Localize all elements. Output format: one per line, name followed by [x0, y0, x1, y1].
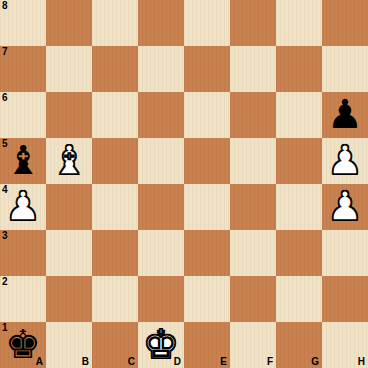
square-h1[interactable]: H: [322, 322, 368, 368]
square-g3[interactable]: [276, 230, 322, 276]
square-d1[interactable]: D♚: [138, 322, 184, 368]
square-d5[interactable]: [138, 138, 184, 184]
file-label-f: F: [267, 356, 273, 368]
rank-label-3: 3: [2, 230, 8, 242]
square-e2[interactable]: [184, 276, 230, 322]
square-b2[interactable]: [46, 276, 92, 322]
rank-label-8: 8: [2, 0, 8, 12]
square-c2[interactable]: [92, 276, 138, 322]
square-f4[interactable]: [230, 184, 276, 230]
piece-black-pawn[interactable]: ♟: [327, 92, 363, 137]
square-g2[interactable]: [276, 276, 322, 322]
square-c8[interactable]: [92, 0, 138, 46]
piece-black-bishop[interactable]: ♝: [5, 138, 41, 183]
square-a2[interactable]: 2: [0, 276, 46, 322]
rank-label-7: 7: [2, 46, 8, 58]
square-f6[interactable]: [230, 92, 276, 138]
square-c4[interactable]: [92, 184, 138, 230]
square-f5[interactable]: [230, 138, 276, 184]
square-b7[interactable]: [46, 46, 92, 92]
square-d6[interactable]: [138, 92, 184, 138]
square-a6[interactable]: 6: [0, 92, 46, 138]
piece-white-pawn[interactable]: ♟: [327, 138, 363, 183]
square-g1[interactable]: G: [276, 322, 322, 368]
square-h8[interactable]: [322, 0, 368, 46]
piece-white-pawn[interactable]: ♟: [327, 184, 363, 229]
square-b6[interactable]: [46, 92, 92, 138]
rank-label-5: 5: [2, 138, 8, 150]
square-d7[interactable]: [138, 46, 184, 92]
square-a8[interactable]: 8: [0, 0, 46, 46]
square-d4[interactable]: [138, 184, 184, 230]
square-g6[interactable]: [276, 92, 322, 138]
rank-label-4: 4: [2, 184, 8, 196]
rank-label-6: 6: [2, 92, 8, 104]
square-b4[interactable]: [46, 184, 92, 230]
square-f7[interactable]: [230, 46, 276, 92]
square-a1[interactable]: 1A♚: [0, 322, 46, 368]
square-f2[interactable]: [230, 276, 276, 322]
square-f1[interactable]: F: [230, 322, 276, 368]
square-h4[interactable]: ♟: [322, 184, 368, 230]
square-g8[interactable]: [276, 0, 322, 46]
square-c1[interactable]: C: [92, 322, 138, 368]
square-a4[interactable]: 4♟: [0, 184, 46, 230]
square-h2[interactable]: [322, 276, 368, 322]
file-label-h: H: [358, 356, 365, 368]
square-d8[interactable]: [138, 0, 184, 46]
square-h5[interactable]: ♟: [322, 138, 368, 184]
rank-label-1: 1: [2, 322, 8, 334]
square-a7[interactable]: 7: [0, 46, 46, 92]
square-e5[interactable]: [184, 138, 230, 184]
piece-white-bishop[interactable]: ♝: [51, 138, 87, 183]
square-g7[interactable]: [276, 46, 322, 92]
square-a5[interactable]: 5♝: [0, 138, 46, 184]
square-e6[interactable]: [184, 92, 230, 138]
square-c6[interactable]: [92, 92, 138, 138]
square-b3[interactable]: [46, 230, 92, 276]
square-e4[interactable]: [184, 184, 230, 230]
square-e8[interactable]: [184, 0, 230, 46]
square-c5[interactable]: [92, 138, 138, 184]
square-h6[interactable]: ♟: [322, 92, 368, 138]
square-b1[interactable]: B: [46, 322, 92, 368]
square-c7[interactable]: [92, 46, 138, 92]
square-e3[interactable]: [184, 230, 230, 276]
square-e7[interactable]: [184, 46, 230, 92]
square-b5[interactable]: ♝: [46, 138, 92, 184]
square-b8[interactable]: [46, 0, 92, 46]
square-g5[interactable]: [276, 138, 322, 184]
file-label-a: A: [36, 356, 43, 368]
piece-white-pawn[interactable]: ♟: [5, 184, 41, 229]
file-label-e: E: [220, 356, 227, 368]
square-e1[interactable]: E: [184, 322, 230, 368]
file-label-b: B: [82, 356, 89, 368]
square-f8[interactable]: [230, 0, 276, 46]
square-d3[interactable]: [138, 230, 184, 276]
chess-board: 876♟5♝♝♟4♟♟321A♚BCD♚EFGH: [0, 0, 368, 368]
square-a3[interactable]: 3: [0, 230, 46, 276]
square-h7[interactable]: [322, 46, 368, 92]
file-label-c: C: [128, 356, 135, 368]
rank-label-2: 2: [2, 276, 8, 288]
square-d2[interactable]: [138, 276, 184, 322]
file-label-d: D: [174, 356, 181, 368]
square-g4[interactable]: [276, 184, 322, 230]
square-h3[interactable]: [322, 230, 368, 276]
file-label-g: G: [311, 356, 319, 368]
square-c3[interactable]: [92, 230, 138, 276]
square-f3[interactable]: [230, 230, 276, 276]
